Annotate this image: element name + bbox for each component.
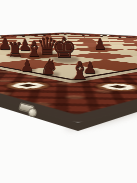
piece-pawn[interactable]: ♟ xyxy=(93,37,106,52)
piece-pawn[interactable]: ♟ xyxy=(20,58,34,74)
pieces-layer: ♟♜♟♝♛♚♟♞♝♟♟ xyxy=(0,0,137,183)
piece-bishop[interactable]: ♝ xyxy=(69,58,91,83)
photo-frame: ♟♜♟♝♛♚♟♞♝♟♟ xyxy=(0,0,137,183)
piece-knight[interactable]: ♞ xyxy=(40,57,59,78)
clasp-knob xyxy=(28,108,37,117)
